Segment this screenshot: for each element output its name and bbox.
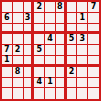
cell-r7c6-empty[interactable]	[56, 67, 67, 78]
cell-r9c7-empty[interactable]	[67, 88, 78, 99]
cell-r2c8-given-1[interactable]: 1	[77, 13, 88, 24]
cell-r7c4-empty[interactable]	[34, 67, 45, 78]
sudoku-board: 28763145372518241	[0, 0, 101, 101]
cell-r1c3-empty[interactable]	[24, 2, 35, 13]
cell-r9c5-empty[interactable]	[45, 88, 56, 99]
cell-r7c3-empty[interactable]	[24, 67, 35, 78]
cell-r8c2-empty[interactable]	[13, 78, 24, 89]
cell-r6c2-empty[interactable]	[13, 56, 24, 67]
cell-r1c9-given-7[interactable]: 7	[88, 2, 99, 13]
cell-r8c3-empty[interactable]	[24, 78, 35, 89]
cell-r9c9-empty[interactable]	[88, 88, 99, 99]
cell-r9c4-empty[interactable]	[34, 88, 45, 99]
cell-r5c2-given-2[interactable]: 2	[13, 45, 24, 56]
cell-r4c8-given-3[interactable]: 3	[77, 34, 88, 45]
cell-r6c9-empty[interactable]	[88, 56, 99, 67]
cell-r5c7-empty[interactable]	[67, 45, 78, 56]
cell-r2c9-empty[interactable]	[88, 13, 99, 24]
cell-r1c2-empty[interactable]	[13, 2, 24, 13]
cell-r7c5-empty[interactable]	[45, 67, 56, 78]
cell-r5c9-empty[interactable]	[88, 45, 99, 56]
cell-r4c7-given-5[interactable]: 5	[67, 34, 78, 45]
cell-r6c6-empty[interactable]	[56, 56, 67, 67]
cell-r5c8-empty[interactable]	[77, 45, 88, 56]
cell-r8c9-empty[interactable]	[88, 78, 99, 89]
cell-r2c2-empty[interactable]	[13, 13, 24, 24]
cell-r1c6-given-8[interactable]: 8	[56, 2, 67, 13]
cell-r3c6-empty[interactable]	[56, 24, 67, 35]
cell-r8c6-empty[interactable]	[56, 78, 67, 89]
cell-r6c1-given-1[interactable]: 1	[2, 56, 13, 67]
cell-r4c5-given-4[interactable]: 4	[45, 34, 56, 45]
cell-r7c9-empty[interactable]	[88, 67, 99, 78]
cell-r4c9-empty[interactable]	[88, 34, 99, 45]
cell-r2c7-empty[interactable]	[67, 13, 78, 24]
cell-r9c6-empty[interactable]	[56, 88, 67, 99]
cell-r5c6-empty[interactable]	[56, 45, 67, 56]
cell-r6c8-empty[interactable]	[77, 56, 88, 67]
cell-r3c8-empty[interactable]	[77, 24, 88, 35]
cell-r9c8-empty[interactable]	[77, 88, 88, 99]
cell-r6c5-empty[interactable]	[45, 56, 56, 67]
cell-r9c1-empty[interactable]	[2, 88, 13, 99]
cell-r7c8-empty[interactable]	[77, 67, 88, 78]
cell-r2c4-empty[interactable]	[34, 13, 45, 24]
cell-r9c2-empty[interactable]	[13, 88, 24, 99]
cell-r5c5-empty[interactable]	[45, 45, 56, 56]
cell-r9c3-empty[interactable]	[24, 88, 35, 99]
cell-r1c7-empty[interactable]	[67, 2, 78, 13]
cell-r7c7-given-2[interactable]: 2	[67, 67, 78, 78]
cell-r1c4-given-2[interactable]: 2	[34, 2, 45, 13]
cell-r4c1-empty[interactable]	[2, 34, 13, 45]
cell-r2c6-empty[interactable]	[56, 13, 67, 24]
cell-r8c8-empty[interactable]	[77, 78, 88, 89]
cell-r2c1-given-6[interactable]: 6	[2, 13, 13, 24]
cell-r4c4-empty[interactable]	[34, 34, 45, 45]
cell-r8c1-empty[interactable]	[2, 78, 13, 89]
cell-r8c4-given-4[interactable]: 4	[34, 78, 45, 89]
cell-r4c2-empty[interactable]	[13, 34, 24, 45]
cell-r6c4-empty[interactable]	[34, 56, 45, 67]
cell-r7c2-given-8[interactable]: 8	[13, 67, 24, 78]
cell-r3c7-empty[interactable]	[67, 24, 78, 35]
cell-r4c3-empty[interactable]	[24, 34, 35, 45]
cell-r3c9-empty[interactable]	[88, 24, 99, 35]
cell-r3c1-empty[interactable]	[2, 24, 13, 35]
cell-r8c7-empty[interactable]	[67, 78, 78, 89]
cell-r2c5-empty[interactable]	[45, 13, 56, 24]
cell-r8c5-given-1[interactable]: 1	[45, 78, 56, 89]
cell-r7c1-empty[interactable]	[2, 67, 13, 78]
cell-r5c4-given-5[interactable]: 5	[34, 45, 45, 56]
cell-r6c3-empty[interactable]	[24, 56, 35, 67]
cell-r6c7-empty[interactable]	[67, 56, 78, 67]
cell-r2c3-given-3[interactable]: 3	[24, 13, 35, 24]
cell-r3c4-empty[interactable]	[34, 24, 45, 35]
cell-r3c2-empty[interactable]	[13, 24, 24, 35]
cell-r3c5-empty[interactable]	[45, 24, 56, 35]
cell-r1c5-empty[interactable]	[45, 2, 56, 13]
cell-r3c3-empty[interactable]	[24, 24, 35, 35]
cell-r1c1-empty[interactable]	[2, 2, 13, 13]
cell-r1c8-empty[interactable]	[77, 2, 88, 13]
cell-r5c3-empty[interactable]	[24, 45, 35, 56]
cell-r4c6-empty[interactable]	[56, 34, 67, 45]
